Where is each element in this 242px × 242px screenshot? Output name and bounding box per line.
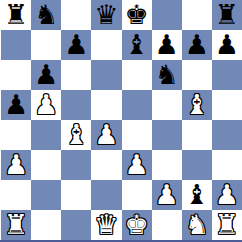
square-c4[interactable]: ♝ xyxy=(61,120,91,150)
square-a1[interactable]: ♜ xyxy=(1,210,31,240)
square-h8[interactable]: ♜ xyxy=(212,0,242,30)
piece-black-rook[interactable]: ♜ xyxy=(215,1,239,28)
square-e1[interactable]: ♚ xyxy=(122,210,152,240)
piece-white-pawn[interactable]: ♟ xyxy=(94,121,118,148)
square-c2[interactable] xyxy=(61,180,91,210)
square-c5[interactable] xyxy=(61,90,91,120)
square-g6[interactable] xyxy=(182,60,212,90)
square-b4[interactable] xyxy=(31,120,61,150)
square-d3[interactable] xyxy=(91,150,121,180)
chess-board-frame: ♜♞♛♚♜♟♝♟♟♟♟♞♟♟♝♝♟♟♟♟♝♟♜♛♚♞♜ xyxy=(0,0,242,242)
piece-white-rook[interactable]: ♜ xyxy=(215,211,239,238)
piece-white-pawn[interactable]: ♟ xyxy=(124,151,148,178)
square-g7[interactable]: ♟ xyxy=(182,30,212,60)
square-b7[interactable] xyxy=(31,30,61,60)
square-c8[interactable] xyxy=(61,0,91,30)
square-d5[interactable] xyxy=(91,90,121,120)
square-d7[interactable] xyxy=(91,30,121,60)
piece-white-queen[interactable]: ♛ xyxy=(94,211,118,238)
square-h1[interactable]: ♜ xyxy=(212,210,242,240)
square-a5[interactable]: ♟ xyxy=(1,90,31,120)
square-g5[interactable]: ♝ xyxy=(182,90,212,120)
square-d2[interactable] xyxy=(91,180,121,210)
piece-white-bishop[interactable]: ♝ xyxy=(185,91,209,118)
square-h7[interactable]: ♟ xyxy=(212,30,242,60)
square-e7[interactable]: ♝ xyxy=(122,30,152,60)
square-e3[interactable]: ♟ xyxy=(122,150,152,180)
square-h6[interactable] xyxy=(212,60,242,90)
square-b2[interactable] xyxy=(31,180,61,210)
square-e4[interactable] xyxy=(122,120,152,150)
square-a4[interactable] xyxy=(1,120,31,150)
square-h3[interactable] xyxy=(212,150,242,180)
square-b8[interactable]: ♞ xyxy=(31,0,61,30)
square-c1[interactable] xyxy=(61,210,91,240)
square-f5[interactable] xyxy=(152,90,182,120)
square-h5[interactable] xyxy=(212,90,242,120)
piece-white-knight[interactable]: ♞ xyxy=(185,211,209,238)
piece-black-knight[interactable]: ♞ xyxy=(34,1,58,28)
square-g4[interactable] xyxy=(182,120,212,150)
piece-black-pawn[interactable]: ♟ xyxy=(64,31,88,58)
square-e2[interactable] xyxy=(122,180,152,210)
piece-black-bishop[interactable]: ♝ xyxy=(185,181,209,208)
piece-black-pawn[interactable]: ♟ xyxy=(155,31,179,58)
piece-white-rook[interactable]: ♜ xyxy=(4,211,28,238)
piece-white-king[interactable]: ♚ xyxy=(124,211,148,238)
square-g8[interactable] xyxy=(182,0,212,30)
square-e6[interactable] xyxy=(122,60,152,90)
square-c6[interactable] xyxy=(61,60,91,90)
square-d6[interactable] xyxy=(91,60,121,90)
piece-white-bishop[interactable]: ♝ xyxy=(64,121,88,148)
square-e5[interactable] xyxy=(122,90,152,120)
square-e8[interactable]: ♚ xyxy=(122,0,152,30)
piece-black-pawn[interactable]: ♟ xyxy=(185,31,209,58)
piece-black-pawn[interactable]: ♟ xyxy=(34,61,58,88)
piece-white-pawn[interactable]: ♟ xyxy=(4,151,28,178)
piece-white-pawn[interactable]: ♟ xyxy=(215,181,239,208)
square-f3[interactable] xyxy=(152,150,182,180)
square-f6[interactable]: ♞ xyxy=(152,60,182,90)
square-h4[interactable] xyxy=(212,120,242,150)
square-f4[interactable] xyxy=(152,120,182,150)
piece-black-bishop[interactable]: ♝ xyxy=(124,31,148,58)
square-c3[interactable] xyxy=(61,150,91,180)
square-g1[interactable]: ♞ xyxy=(182,210,212,240)
piece-black-king[interactable]: ♚ xyxy=(124,1,148,28)
square-a3[interactable]: ♟ xyxy=(1,150,31,180)
square-b3[interactable] xyxy=(31,150,61,180)
square-c7[interactable]: ♟ xyxy=(61,30,91,60)
piece-black-pawn[interactable]: ♟ xyxy=(4,91,28,118)
square-d4[interactable]: ♟ xyxy=(91,120,121,150)
square-f8[interactable] xyxy=(152,0,182,30)
piece-white-pawn[interactable]: ♟ xyxy=(155,181,179,208)
square-g3[interactable] xyxy=(182,150,212,180)
piece-black-rook[interactable]: ♜ xyxy=(4,1,28,28)
square-b6[interactable]: ♟ xyxy=(31,60,61,90)
square-d1[interactable]: ♛ xyxy=(91,210,121,240)
square-a8[interactable]: ♜ xyxy=(1,0,31,30)
square-f2[interactable]: ♟ xyxy=(152,180,182,210)
square-a2[interactable] xyxy=(1,180,31,210)
piece-black-knight[interactable]: ♞ xyxy=(155,61,179,88)
square-f7[interactable]: ♟ xyxy=(152,30,182,60)
square-g2[interactable]: ♝ xyxy=(182,180,212,210)
piece-black-queen[interactable]: ♛ xyxy=(94,1,118,28)
chess-board: ♜♞♛♚♜♟♝♟♟♟♟♞♟♟♝♝♟♟♟♟♝♟♜♛♚♞♜ xyxy=(1,0,242,240)
square-a6[interactable] xyxy=(1,60,31,90)
square-a7[interactable] xyxy=(1,30,31,60)
square-f1[interactable] xyxy=(152,210,182,240)
piece-black-pawn[interactable]: ♟ xyxy=(215,31,239,58)
square-b1[interactable] xyxy=(31,210,61,240)
square-d8[interactable]: ♛ xyxy=(91,0,121,30)
square-h2[interactable]: ♟ xyxy=(212,180,242,210)
square-b5[interactable]: ♟ xyxy=(31,90,61,120)
piece-white-pawn[interactable]: ♟ xyxy=(34,91,58,118)
